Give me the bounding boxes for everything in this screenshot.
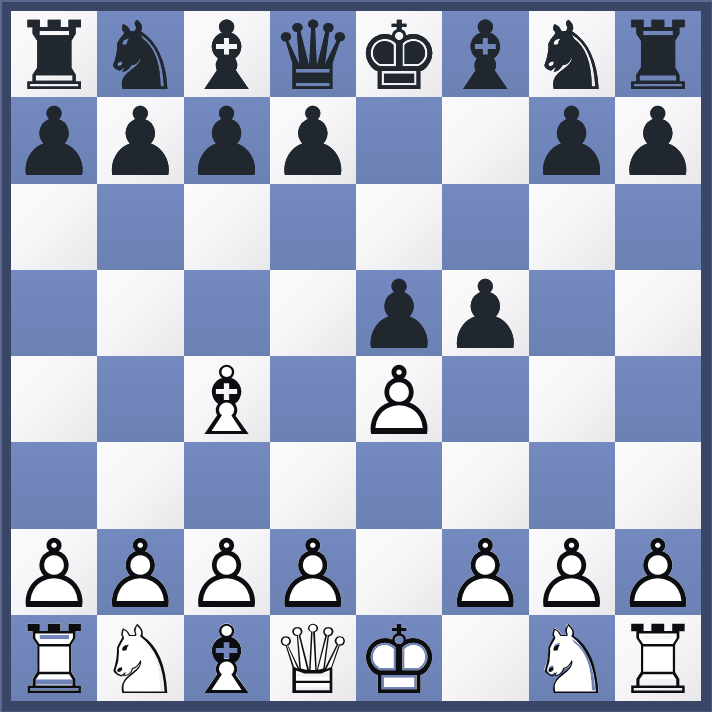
square-h3[interactable] bbox=[615, 442, 701, 528]
black-pawn[interactable]: ♟ bbox=[615, 99, 700, 183]
piece-glyph-outline: ♘ bbox=[529, 617, 614, 701]
square-f3[interactable] bbox=[442, 442, 528, 528]
white-pawn[interactable]: ♟♙ bbox=[529, 531, 614, 615]
square-f5[interactable]: ♟ bbox=[442, 270, 528, 356]
black-pawn[interactable]: ♟ bbox=[443, 272, 528, 356]
piece-glyph-outline: ♙ bbox=[443, 531, 528, 615]
square-d7[interactable]: ♟ bbox=[270, 97, 356, 183]
square-d6[interactable] bbox=[270, 184, 356, 270]
piece-glyph-fill: ♟ bbox=[529, 99, 614, 183]
square-f8[interactable]: ♝ bbox=[442, 11, 528, 97]
piece-glyph-fill: ♟ bbox=[357, 272, 442, 356]
square-e7[interactable] bbox=[356, 97, 442, 183]
black-pawn[interactable]: ♟ bbox=[357, 272, 442, 356]
square-g6[interactable] bbox=[529, 184, 615, 270]
square-f2[interactable]: ♟♙ bbox=[442, 529, 528, 615]
square-f1[interactable] bbox=[442, 615, 528, 701]
piece-glyph-outline: ♙ bbox=[357, 358, 442, 442]
square-b1[interactable]: ♞♘ bbox=[97, 615, 183, 701]
square-h2[interactable]: ♟♙ bbox=[615, 529, 701, 615]
piece-glyph-fill: ♝ bbox=[184, 13, 269, 97]
square-b3[interactable] bbox=[97, 442, 183, 528]
square-e5[interactable]: ♟ bbox=[356, 270, 442, 356]
square-g2[interactable]: ♟♙ bbox=[529, 529, 615, 615]
square-h6[interactable] bbox=[615, 184, 701, 270]
black-queen[interactable]: ♛ bbox=[270, 13, 355, 97]
white-pawn[interactable]: ♟♙ bbox=[184, 531, 269, 615]
square-a7[interactable]: ♟ bbox=[11, 97, 97, 183]
piece-glyph-outline: ♗ bbox=[184, 358, 269, 442]
square-a5[interactable] bbox=[11, 270, 97, 356]
square-a8[interactable]: ♜ bbox=[11, 11, 97, 97]
piece-glyph-fill: ♟ bbox=[12, 99, 97, 183]
black-knight[interactable]: ♞ bbox=[98, 13, 183, 97]
white-knight[interactable]: ♞♘ bbox=[98, 617, 183, 701]
black-knight[interactable]: ♞ bbox=[529, 13, 614, 97]
piece-glyph-outline: ♗ bbox=[184, 617, 269, 701]
piece-glyph-fill: ♟ bbox=[615, 99, 700, 183]
square-h4[interactable] bbox=[615, 356, 701, 442]
chess-board: ♜♞♝♛♚♝♞♜♟♟♟♟♟♟♟♟♝♗♟♙♟♙♟♙♟♙♟♙♟♙♟♙♟♙♜♖♞♘♝♗… bbox=[11, 11, 701, 701]
square-g1[interactable]: ♞♘ bbox=[529, 615, 615, 701]
square-c5[interactable] bbox=[184, 270, 270, 356]
square-e4[interactable]: ♟♙ bbox=[356, 356, 442, 442]
square-e3[interactable] bbox=[356, 442, 442, 528]
black-pawn[interactable]: ♟ bbox=[12, 99, 97, 183]
square-b4[interactable] bbox=[97, 356, 183, 442]
board-frame: ♜♞♝♛♚♝♞♜♟♟♟♟♟♟♟♟♝♗♟♙♟♙♟♙♟♙♟♙♟♙♟♙♟♙♜♖♞♘♝♗… bbox=[0, 0, 712, 712]
white-pawn[interactable]: ♟♙ bbox=[12, 531, 97, 615]
piece-glyph-fill: ♞ bbox=[529, 13, 614, 97]
square-e1[interactable]: ♚♔ bbox=[356, 615, 442, 701]
white-king[interactable]: ♚♔ bbox=[357, 617, 442, 701]
square-d5[interactable] bbox=[270, 270, 356, 356]
square-d2[interactable]: ♟♙ bbox=[270, 529, 356, 615]
piece-glyph-fill: ♜ bbox=[615, 13, 700, 97]
white-bishop[interactable]: ♝♗ bbox=[184, 617, 269, 701]
square-b7[interactable]: ♟ bbox=[97, 97, 183, 183]
black-pawn[interactable]: ♟ bbox=[270, 99, 355, 183]
piece-glyph-fill: ♟ bbox=[270, 99, 355, 183]
piece-glyph-fill: ♚ bbox=[357, 13, 442, 97]
square-a2[interactable]: ♟♙ bbox=[11, 529, 97, 615]
white-rook[interactable]: ♜♖ bbox=[12, 617, 97, 701]
piece-glyph-fill: ♞ bbox=[98, 13, 183, 97]
black-pawn[interactable]: ♟ bbox=[98, 99, 183, 183]
piece-glyph-outline: ♙ bbox=[12, 531, 97, 615]
square-f4[interactable] bbox=[442, 356, 528, 442]
piece-glyph-outline: ♙ bbox=[615, 531, 700, 615]
square-c3[interactable] bbox=[184, 442, 270, 528]
black-rook[interactable]: ♜ bbox=[12, 13, 97, 97]
piece-glyph-outline: ♕ bbox=[270, 617, 355, 701]
square-c1[interactable]: ♝♗ bbox=[184, 615, 270, 701]
piece-glyph-fill: ♟ bbox=[98, 99, 183, 183]
black-bishop[interactable]: ♝ bbox=[443, 13, 528, 97]
square-a3[interactable] bbox=[11, 442, 97, 528]
black-rook[interactable]: ♜ bbox=[615, 13, 700, 97]
white-queen[interactable]: ♛♕ bbox=[270, 617, 355, 701]
black-pawn[interactable]: ♟ bbox=[184, 99, 269, 183]
white-knight[interactable]: ♞♘ bbox=[529, 617, 614, 701]
white-bishop[interactable]: ♝♗ bbox=[184, 358, 269, 442]
square-b5[interactable] bbox=[97, 270, 183, 356]
square-g5[interactable] bbox=[529, 270, 615, 356]
piece-glyph-outline: ♖ bbox=[615, 617, 700, 701]
square-b6[interactable] bbox=[97, 184, 183, 270]
square-h5[interactable] bbox=[615, 270, 701, 356]
square-e8[interactable]: ♚ bbox=[356, 11, 442, 97]
white-rook[interactable]: ♜♖ bbox=[615, 617, 700, 701]
square-c4[interactable]: ♝♗ bbox=[184, 356, 270, 442]
square-a6[interactable] bbox=[11, 184, 97, 270]
square-a4[interactable] bbox=[11, 356, 97, 442]
square-c2[interactable]: ♟♙ bbox=[184, 529, 270, 615]
white-pawn[interactable]: ♟♙ bbox=[443, 531, 528, 615]
square-g4[interactable] bbox=[529, 356, 615, 442]
black-bishop[interactable]: ♝ bbox=[184, 13, 269, 97]
piece-glyph-fill: ♟ bbox=[184, 99, 269, 183]
piece-glyph-fill: ♜ bbox=[12, 13, 97, 97]
piece-glyph-fill: ♟ bbox=[443, 272, 528, 356]
square-b8[interactable]: ♞ bbox=[97, 11, 183, 97]
piece-glyph-outline: ♙ bbox=[98, 531, 183, 615]
white-pawn[interactable]: ♟♙ bbox=[98, 531, 183, 615]
white-pawn[interactable]: ♟♙ bbox=[270, 531, 355, 615]
square-a1[interactable]: ♜♖ bbox=[11, 615, 97, 701]
piece-glyph-outline: ♙ bbox=[529, 531, 614, 615]
piece-glyph-outline: ♙ bbox=[270, 531, 355, 615]
square-g3[interactable] bbox=[529, 442, 615, 528]
piece-glyph-fill: ♛ bbox=[270, 13, 355, 97]
square-d4[interactable] bbox=[270, 356, 356, 442]
square-d8[interactable]: ♛ bbox=[270, 11, 356, 97]
square-b2[interactable]: ♟♙ bbox=[97, 529, 183, 615]
square-f6[interactable] bbox=[442, 184, 528, 270]
piece-glyph-outline: ♖ bbox=[12, 617, 97, 701]
square-c7[interactable]: ♟ bbox=[184, 97, 270, 183]
square-d3[interactable] bbox=[270, 442, 356, 528]
piece-glyph-outline: ♘ bbox=[98, 617, 183, 701]
square-h7[interactable]: ♟ bbox=[615, 97, 701, 183]
piece-glyph-outline: ♔ bbox=[357, 617, 442, 701]
square-c6[interactable] bbox=[184, 184, 270, 270]
piece-glyph-fill: ♝ bbox=[443, 13, 528, 97]
piece-glyph-outline: ♙ bbox=[184, 531, 269, 615]
square-h1[interactable]: ♜♖ bbox=[615, 615, 701, 701]
black-king[interactable]: ♚ bbox=[357, 13, 442, 97]
square-c8[interactable]: ♝ bbox=[184, 11, 270, 97]
black-pawn[interactable]: ♟ bbox=[529, 99, 614, 183]
square-g8[interactable]: ♞ bbox=[529, 11, 615, 97]
square-d1[interactable]: ♛♕ bbox=[270, 615, 356, 701]
square-e6[interactable] bbox=[356, 184, 442, 270]
square-f7[interactable] bbox=[442, 97, 528, 183]
square-e2[interactable] bbox=[356, 529, 442, 615]
square-g7[interactable]: ♟ bbox=[529, 97, 615, 183]
square-h8[interactable]: ♜ bbox=[615, 11, 701, 97]
white-pawn[interactable]: ♟♙ bbox=[615, 531, 700, 615]
white-pawn[interactable]: ♟♙ bbox=[357, 358, 442, 442]
